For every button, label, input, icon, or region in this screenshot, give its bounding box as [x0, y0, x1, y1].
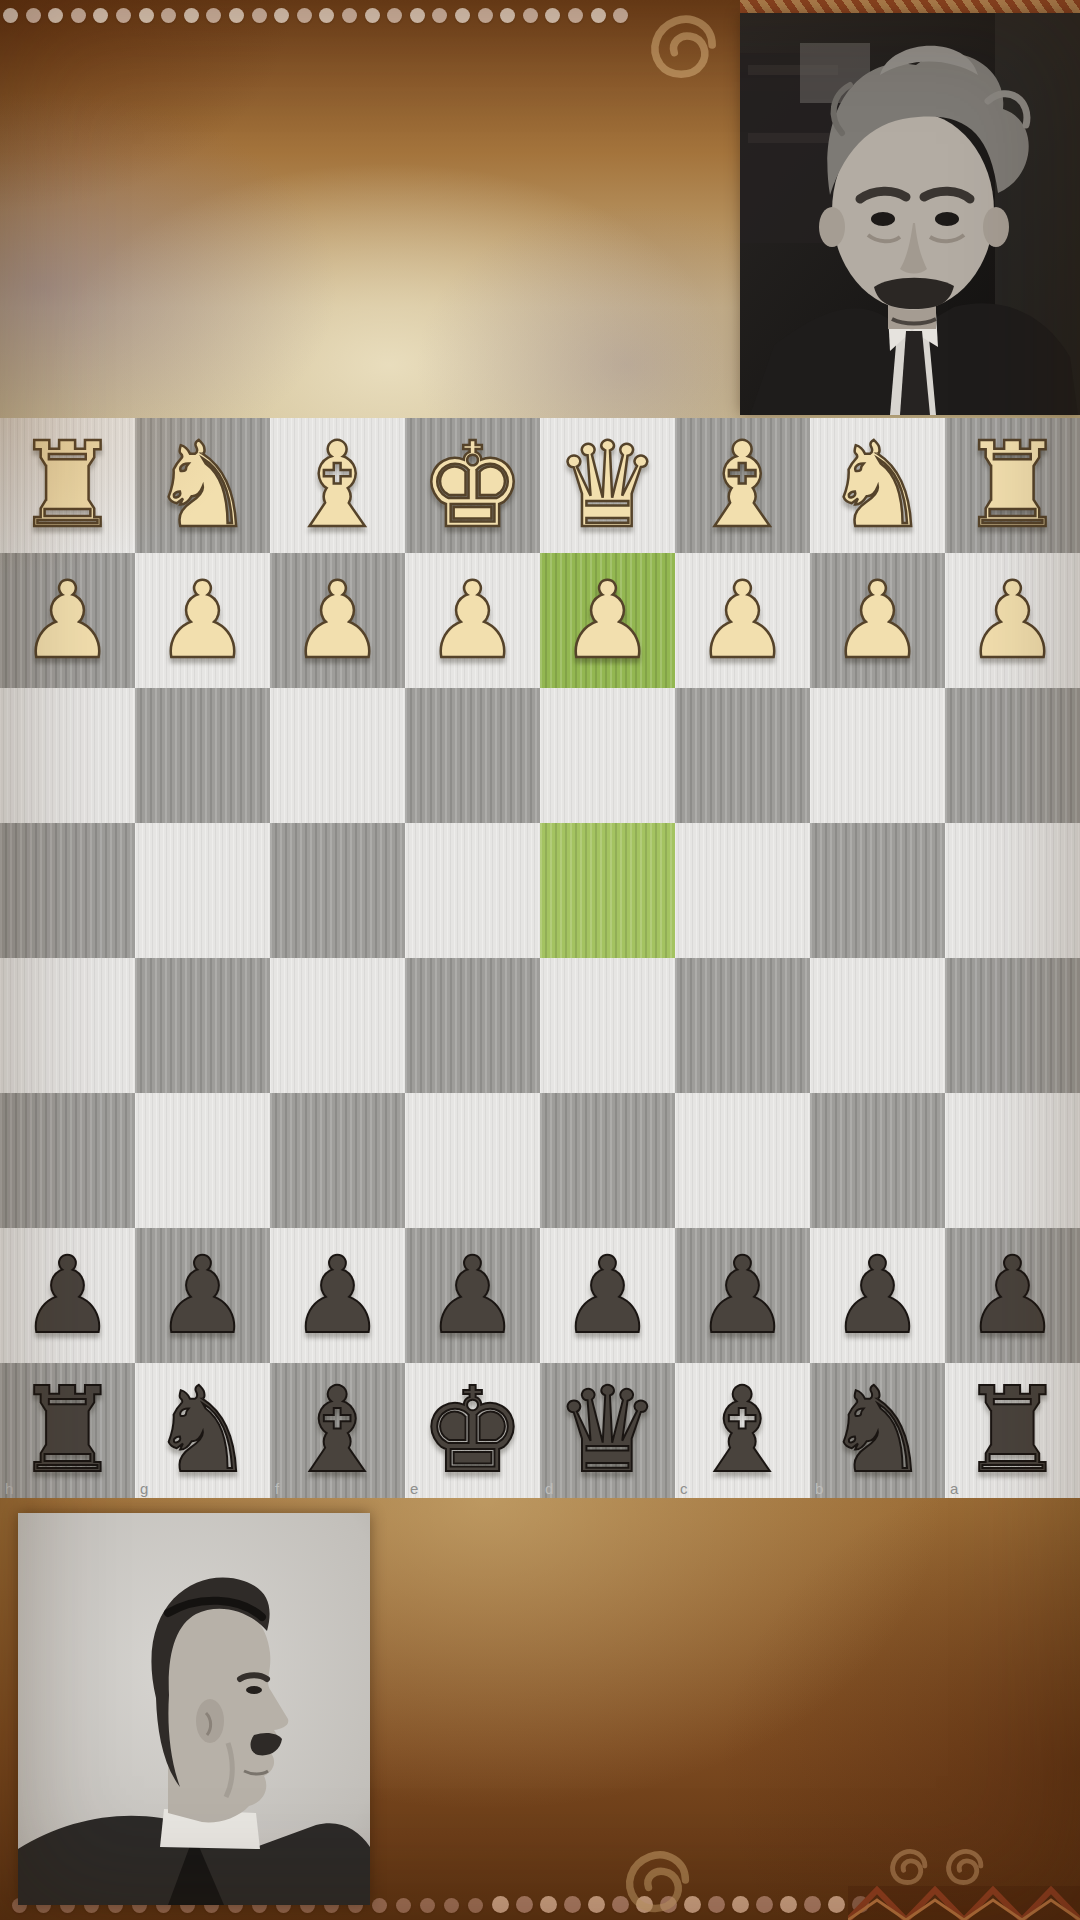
square-b6[interactable]	[810, 1093, 945, 1228]
bead-ornament	[660, 1896, 677, 1913]
square-d6[interactable]	[540, 1093, 675, 1228]
square-a7[interactable]: ♟	[945, 1228, 1080, 1363]
white-rook[interactable]: ♜	[0, 418, 135, 553]
white-player-photo	[740, 13, 1080, 415]
bead-ornament	[708, 1896, 725, 1913]
black-knight[interactable]: ♞	[810, 1363, 945, 1498]
bead-ornament	[319, 8, 334, 23]
square-e7[interactable]: ♟	[405, 1228, 540, 1363]
square-e8[interactable]: ♚e	[405, 1363, 540, 1498]
chess-board[interactable]: ♜♞♝♚♛♝♞♜♟♟♟♟♟♟♟♟♟♟♟♟♟♟♟♟♜h♞g♝f♚e♛d♝c♞b♜a	[0, 418, 1080, 1498]
bead-ornament	[116, 8, 131, 23]
stripe-band-ornament	[740, 0, 1080, 13]
white-pawn[interactable]: ♟	[945, 553, 1080, 688]
file-label-f: f	[275, 1481, 279, 1496]
bead-ornament	[568, 8, 583, 23]
square-g7[interactable]: ♟	[135, 1228, 270, 1363]
bead-ornament	[564, 1896, 581, 1913]
square-f1[interactable]: ♝	[270, 418, 405, 553]
file-label-b: b	[815, 1481, 823, 1496]
black-king[interactable]: ♚	[405, 1363, 540, 1498]
square-h3[interactable]	[0, 688, 135, 823]
black-queen[interactable]: ♛	[540, 1363, 675, 1498]
square-d5[interactable]	[540, 958, 675, 1093]
white-pawn[interactable]: ♟	[0, 553, 135, 688]
bead-ornament	[455, 8, 470, 23]
bead-ornament	[588, 1896, 605, 1913]
white-king[interactable]: ♚	[405, 418, 540, 553]
square-h6[interactable]	[0, 1093, 135, 1228]
bead-ornament	[26, 8, 41, 23]
square-b3[interactable]	[810, 688, 945, 823]
file-label-d: d	[545, 1481, 553, 1496]
bead-ornament	[420, 1898, 435, 1913]
bead-ornament	[342, 8, 357, 23]
white-bishop[interactable]: ♝	[270, 418, 405, 553]
video-frame: ♜♞♝♚♛♝♞♜♟♟♟♟♟♟♟♟♟♟♟♟♟♟♟♟♜h♞g♝f♚e♛d♝c♞b♜a	[0, 0, 1080, 1920]
square-b1[interactable]: ♞	[810, 418, 945, 553]
square-g4[interactable]	[135, 823, 270, 958]
square-c1[interactable]: ♝	[675, 418, 810, 553]
bead-ornament	[184, 8, 199, 23]
square-a3[interactable]	[945, 688, 1080, 823]
square-a5[interactable]	[945, 958, 1080, 1093]
bead-ornament	[444, 1898, 459, 1913]
swirl-ornament-top	[642, 6, 726, 84]
square-d1[interactable]: ♛	[540, 418, 675, 553]
black-bishop[interactable]: ♝	[270, 1363, 405, 1498]
square-e3[interactable]	[405, 688, 540, 823]
swirl-ornament-bottom	[618, 1842, 698, 1918]
square-b2[interactable]: ♟	[810, 553, 945, 688]
black-player-photo	[18, 1513, 370, 1905]
square-a1[interactable]: ♜	[945, 418, 1080, 553]
square-d8[interactable]: ♛d	[540, 1363, 675, 1498]
bead-ornament	[252, 8, 267, 23]
black-pawn[interactable]: ♟	[675, 1228, 810, 1363]
square-a8[interactable]: ♜a	[945, 1363, 1080, 1498]
square-d7[interactable]: ♟	[540, 1228, 675, 1363]
black-knight[interactable]: ♞	[135, 1363, 270, 1498]
square-g3[interactable]	[135, 688, 270, 823]
corner-chevron-ornament	[848, 1886, 1080, 1920]
square-g6[interactable]	[135, 1093, 270, 1228]
white-knight[interactable]: ♞	[135, 418, 270, 553]
square-a6[interactable]	[945, 1093, 1080, 1228]
bead-ornament	[3, 8, 18, 23]
square-c2[interactable]: ♟	[675, 553, 810, 688]
square-c6[interactable]	[675, 1093, 810, 1228]
swirl-ornament-mini-right	[942, 1844, 988, 1888]
square-f2[interactable]: ♟	[270, 553, 405, 688]
black-rook[interactable]: ♜	[945, 1363, 1080, 1498]
bead-ornament	[468, 1898, 483, 1913]
square-f5[interactable]	[270, 958, 405, 1093]
bead-ornament	[612, 1896, 629, 1913]
white-knight[interactable]: ♞	[810, 418, 945, 553]
white-bishop[interactable]: ♝	[675, 418, 810, 553]
square-c8[interactable]: ♝c	[675, 1363, 810, 1498]
file-label-h: h	[5, 1481, 13, 1496]
white-pawn[interactable]: ♟	[270, 553, 405, 688]
bead-ornament	[206, 8, 221, 23]
square-e6[interactable]	[405, 1093, 540, 1228]
square-e5[interactable]	[405, 958, 540, 1093]
bead-ornament	[828, 1896, 845, 1913]
square-b5[interactable]	[810, 958, 945, 1093]
white-rook[interactable]: ♜	[945, 418, 1080, 553]
bead-ornament	[139, 8, 154, 23]
bead-ornament	[229, 8, 244, 23]
square-c5[interactable]	[675, 958, 810, 1093]
square-h1[interactable]: ♜	[0, 418, 135, 553]
bead-ornament	[365, 8, 380, 23]
file-label-c: c	[680, 1481, 688, 1496]
bead-ornament	[523, 8, 538, 23]
black-pawn[interactable]: ♟	[540, 1228, 675, 1363]
square-g2[interactable]: ♟	[135, 553, 270, 688]
square-b4[interactable]	[810, 823, 945, 958]
square-f4[interactable]	[270, 823, 405, 958]
bead-ornament	[492, 1896, 509, 1913]
bead-ornament	[780, 1896, 797, 1913]
black-rook[interactable]: ♜	[0, 1363, 135, 1498]
swirl-ornament-mini-left	[886, 1844, 932, 1888]
white-pawn[interactable]: ♟	[405, 553, 540, 688]
square-d2[interactable]: ♟	[540, 553, 675, 688]
square-h5[interactable]	[0, 958, 135, 1093]
black-pawn[interactable]: ♟	[810, 1228, 945, 1363]
bead-ornament	[804, 1896, 821, 1913]
bead-ornament	[636, 1896, 653, 1913]
white-pawn[interactable]: ♟	[540, 553, 675, 688]
square-h4[interactable]	[0, 823, 135, 958]
black-player-portrait-art	[18, 1513, 370, 1905]
bead-ornament	[732, 1896, 749, 1913]
black-pawn[interactable]: ♟	[405, 1228, 540, 1363]
bead-ornament	[161, 8, 176, 23]
square-h2[interactable]: ♟	[0, 553, 135, 688]
white-pawn[interactable]: ♟	[135, 553, 270, 688]
square-f8[interactable]: ♝f	[270, 1363, 405, 1498]
square-e4[interactable]	[405, 823, 540, 958]
bead-ornament	[540, 1896, 557, 1913]
bead-ornament	[432, 8, 447, 23]
square-f7[interactable]: ♟	[270, 1228, 405, 1363]
square-f3[interactable]	[270, 688, 405, 823]
bead-ornament	[756, 1896, 773, 1913]
black-pawn[interactable]: ♟	[0, 1228, 135, 1363]
bead-ornament	[274, 8, 289, 23]
square-g1[interactable]: ♞	[135, 418, 270, 553]
square-c3[interactable]	[675, 688, 810, 823]
black-bishop[interactable]: ♝	[675, 1363, 810, 1498]
bead-ornament	[93, 8, 108, 23]
square-c7[interactable]: ♟	[675, 1228, 810, 1363]
square-h8[interactable]: ♜h	[0, 1363, 135, 1498]
square-a2[interactable]: ♟	[945, 553, 1080, 688]
file-label-a: a	[950, 1481, 958, 1496]
square-e1[interactable]: ♚	[405, 418, 540, 553]
square-c4[interactable]	[675, 823, 810, 958]
square-h7[interactable]: ♟	[0, 1228, 135, 1363]
bead-ornament	[591, 8, 606, 23]
bead-ornament	[545, 8, 560, 23]
black-pawn[interactable]: ♟	[135, 1228, 270, 1363]
black-pawn[interactable]: ♟	[945, 1228, 1080, 1363]
square-g8[interactable]: ♞g	[135, 1363, 270, 1498]
white-pawn[interactable]: ♟	[675, 553, 810, 688]
bead-ornament	[48, 8, 63, 23]
square-f6[interactable]	[270, 1093, 405, 1228]
bead-ornament	[372, 1898, 387, 1913]
square-d3[interactable]	[540, 688, 675, 823]
bead-ornament	[478, 8, 493, 23]
black-pawn[interactable]: ♟	[270, 1228, 405, 1363]
square-b7[interactable]: ♟	[810, 1228, 945, 1363]
white-player-portrait-art	[740, 13, 1080, 415]
square-g5[interactable]	[135, 958, 270, 1093]
square-e2[interactable]: ♟	[405, 553, 540, 688]
white-queen[interactable]: ♛	[540, 418, 675, 553]
square-a4[interactable]	[945, 823, 1080, 958]
bead-ornament	[500, 8, 515, 23]
file-label-g: g	[140, 1481, 148, 1496]
file-label-e: e	[410, 1481, 418, 1496]
bead-ornament	[613, 8, 628, 23]
bead-ornament	[71, 8, 86, 23]
bead-ornament	[410, 8, 425, 23]
bead-ornament	[684, 1896, 701, 1913]
square-d4[interactable]	[540, 823, 675, 958]
square-b8[interactable]: ♞b	[810, 1363, 945, 1498]
bead-ornament	[297, 8, 312, 23]
bead-ornament	[387, 8, 402, 23]
bead-ornament	[516, 1896, 533, 1913]
bead-ornament	[396, 1898, 411, 1913]
white-pawn[interactable]: ♟	[810, 553, 945, 688]
